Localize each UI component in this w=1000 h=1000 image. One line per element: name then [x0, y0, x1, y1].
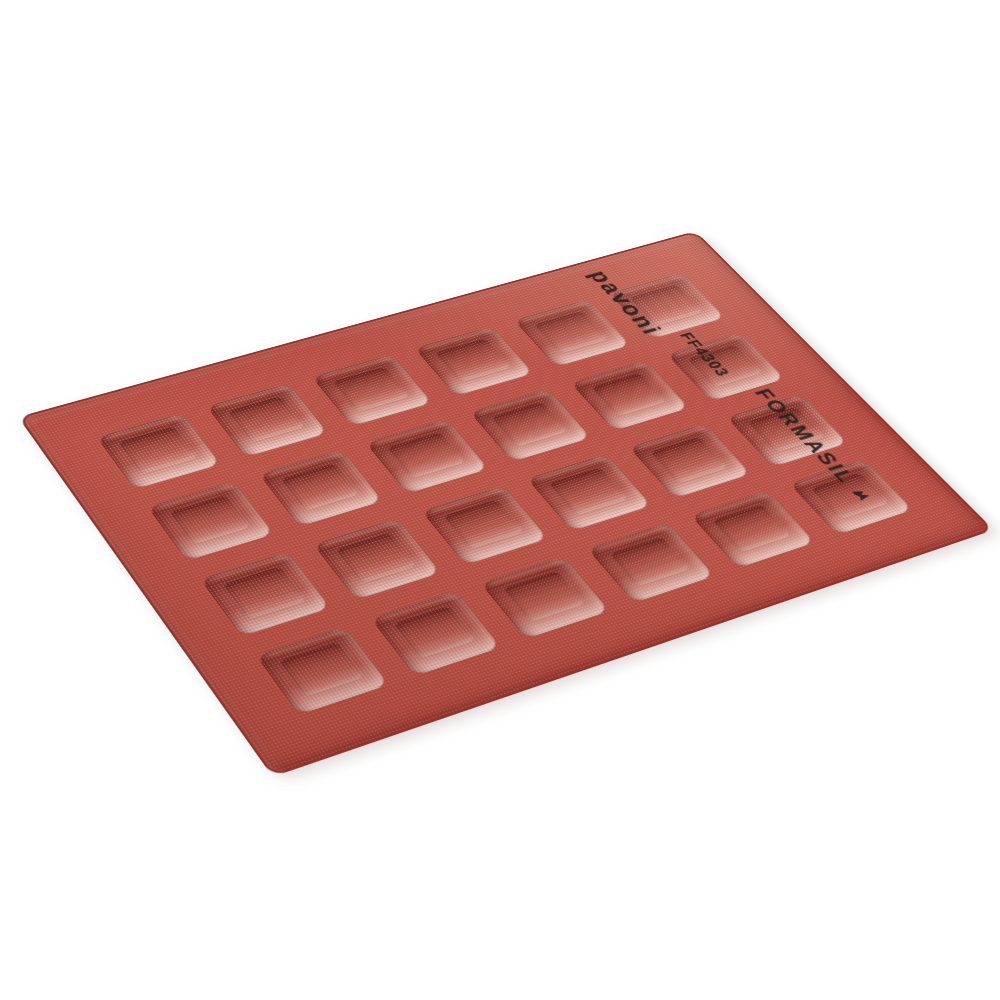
- cavity-floor: [279, 462, 361, 511]
- cavity: [513, 299, 630, 366]
- cavity-floor: [117, 426, 198, 474]
- cavity-floor: [278, 641, 365, 697]
- cavity-floor: [386, 431, 466, 478]
- cavity-floor: [168, 495, 251, 545]
- cavity-floor: [608, 536, 691, 587]
- cavity-floor: [649, 436, 729, 483]
- cavity: [370, 591, 501, 676]
- cavity: [422, 486, 548, 565]
- cavity-floor: [490, 401, 569, 447]
- cavity: [414, 326, 532, 395]
- cavity: [200, 552, 330, 636]
- cavity: [97, 413, 220, 489]
- cavity-floor: [332, 367, 411, 412]
- cavity: [570, 360, 690, 431]
- cavity: [313, 518, 441, 599]
- cavity: [206, 383, 328, 456]
- cavity-floor: [226, 396, 306, 442]
- cavity-floor: [443, 499, 525, 549]
- cavity: [587, 523, 714, 603]
- cavity-floor: [547, 467, 628, 515]
- cavity-floor: [590, 372, 668, 417]
- cavity: [147, 481, 273, 560]
- cavity-floor: [334, 532, 418, 583]
- cavity: [480, 556, 609, 639]
- cavity-grid: [97, 273, 913, 715]
- cavity-floor: [533, 311, 609, 353]
- cavity: [365, 419, 488, 494]
- cavity-floor: [434, 338, 511, 382]
- cavity: [527, 454, 651, 530]
- cavity: [312, 354, 432, 425]
- cavity-floor: [502, 570, 586, 622]
- cavity: [690, 490, 816, 568]
- cavity: [255, 626, 388, 714]
- photo-background: pavoni FF4303 FORMASIL: [0, 0, 1000, 1000]
- cavity: [628, 424, 751, 498]
- cavity-floor: [711, 504, 793, 553]
- cavity: [258, 449, 383, 526]
- cavity-floor: [392, 605, 478, 659]
- cavity: [469, 389, 590, 462]
- silicone-mold: pavoni FF4303 FORMASIL: [18, 231, 994, 777]
- cavity-floor: [222, 566, 307, 619]
